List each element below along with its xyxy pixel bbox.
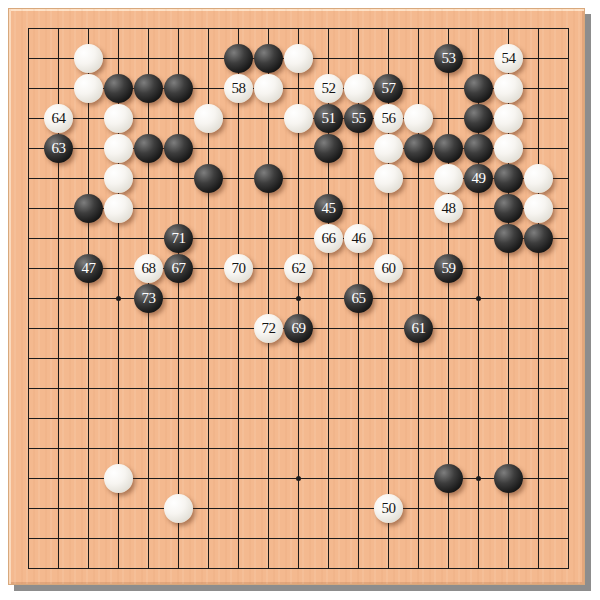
stone-white-move-60[interactable]: 60 (374, 254, 403, 283)
move-number-label: 72 (262, 321, 276, 336)
stone-white[interactable] (404, 104, 433, 133)
stone-white[interactable] (74, 44, 103, 73)
stone-black[interactable] (464, 134, 493, 163)
move-number-label: 50 (382, 501, 396, 516)
stone-black-move-73[interactable]: 73 (134, 284, 163, 313)
grid-line-vertical (568, 28, 569, 569)
stone-white[interactable] (524, 194, 553, 223)
stone-white-move-70[interactable]: 70 (224, 254, 253, 283)
move-number-label: 65 (352, 291, 366, 306)
stone-white[interactable] (104, 104, 133, 133)
move-number-label: 67 (172, 261, 186, 276)
move-number-label: 58 (232, 81, 246, 96)
stone-black-move-51[interactable]: 51 (314, 104, 343, 133)
stone-black[interactable] (74, 194, 103, 223)
stone-black[interactable] (134, 134, 163, 163)
move-number-label: 66 (322, 231, 336, 246)
move-number-label: 73 (142, 291, 156, 306)
stone-white-move-48[interactable]: 48 (434, 194, 463, 223)
stone-black-move-61[interactable]: 61 (404, 314, 433, 343)
stone-black[interactable] (464, 104, 493, 133)
stone-white-move-62[interactable]: 62 (284, 254, 313, 283)
stone-white-move-58[interactable]: 58 (224, 74, 253, 103)
hoshi-point (476, 296, 481, 301)
stone-white[interactable] (284, 44, 313, 73)
stone-white[interactable] (104, 464, 133, 493)
stone-white[interactable] (494, 74, 523, 103)
stone-white[interactable] (194, 104, 223, 133)
move-number-label: 62 (292, 261, 306, 276)
stone-black-move-63[interactable]: 63 (44, 134, 73, 163)
grid-line-horizontal (28, 448, 569, 449)
stone-white[interactable] (284, 104, 313, 133)
stone-black[interactable] (494, 464, 523, 493)
move-number-label: 68 (142, 261, 156, 276)
stone-white[interactable] (374, 134, 403, 163)
stone-black[interactable] (434, 134, 463, 163)
stone-white[interactable] (524, 164, 553, 193)
stone-black[interactable] (254, 44, 283, 73)
stone-white[interactable] (104, 134, 133, 163)
stone-white[interactable] (74, 74, 103, 103)
grid-line-horizontal (28, 388, 569, 389)
stone-white-move-46[interactable]: 46 (344, 224, 373, 253)
move-number-label: 52 (322, 81, 336, 96)
stone-black-move-67[interactable]: 67 (164, 254, 193, 283)
grid-line-horizontal (28, 418, 569, 419)
stone-black[interactable] (434, 464, 463, 493)
stone-white-move-68[interactable]: 68 (134, 254, 163, 283)
stone-white-move-66[interactable]: 66 (314, 224, 343, 253)
stone-white[interactable] (374, 164, 403, 193)
stone-white[interactable] (434, 164, 463, 193)
move-number-label: 51 (322, 111, 336, 126)
stone-black-move-47[interactable]: 47 (74, 254, 103, 283)
stone-black[interactable] (134, 74, 163, 103)
stone-black-move-69[interactable]: 69 (284, 314, 313, 343)
stone-black[interactable] (494, 224, 523, 253)
move-number-label: 46 (352, 231, 366, 246)
move-number-label: 56 (382, 111, 396, 126)
stone-white[interactable] (104, 164, 133, 193)
grid-line-horizontal (28, 568, 569, 569)
move-number-label: 64 (52, 111, 66, 126)
stone-white[interactable] (164, 494, 193, 523)
go-diagram-page: 5354585257645155566349454871664647686770… (0, 0, 600, 600)
hoshi-point (116, 296, 121, 301)
move-number-label: 49 (472, 171, 486, 186)
stone-white-move-72[interactable]: 72 (254, 314, 283, 343)
stone-black[interactable] (404, 134, 433, 163)
stone-black-move-45[interactable]: 45 (314, 194, 343, 223)
stone-white-move-64[interactable]: 64 (44, 104, 73, 133)
move-number-label: 55 (352, 111, 366, 126)
stone-white-move-56[interactable]: 56 (374, 104, 403, 133)
hoshi-point (296, 296, 301, 301)
move-number-label: 45 (322, 201, 336, 216)
stone-black-move-71[interactable]: 71 (164, 224, 193, 253)
stone-black[interactable] (464, 74, 493, 103)
stone-white[interactable] (254, 74, 283, 103)
move-number-label: 59 (442, 261, 456, 276)
stone-black-move-55[interactable]: 55 (344, 104, 373, 133)
move-number-label: 57 (382, 81, 396, 96)
stone-black-move-53[interactable]: 53 (434, 44, 463, 73)
stone-black[interactable] (494, 194, 523, 223)
stone-black-move-59[interactable]: 59 (434, 254, 463, 283)
stone-black[interactable] (194, 164, 223, 193)
grid-line-horizontal (28, 358, 569, 359)
stone-white-move-50[interactable]: 50 (374, 494, 403, 523)
stone-black[interactable] (104, 74, 133, 103)
stone-white[interactable] (494, 104, 523, 133)
hoshi-point (476, 476, 481, 481)
move-number-label: 48 (442, 201, 456, 216)
move-number-label: 63 (52, 141, 66, 156)
grid-line-vertical (538, 28, 539, 569)
stone-black[interactable] (164, 134, 193, 163)
stone-black-move-57[interactable]: 57 (374, 74, 403, 103)
grid-line-horizontal (28, 538, 569, 539)
stone-white-move-52[interactable]: 52 (314, 74, 343, 103)
stone-white[interactable] (344, 74, 373, 103)
stone-black[interactable] (254, 164, 283, 193)
stone-white[interactable] (104, 194, 133, 223)
stone-black[interactable] (224, 44, 253, 73)
stone-white-move-54[interactable]: 54 (494, 44, 523, 73)
stone-black[interactable] (494, 164, 523, 193)
stone-black[interactable] (164, 74, 193, 103)
stone-white[interactable] (494, 134, 523, 163)
hoshi-point (296, 476, 301, 481)
stone-black[interactable] (314, 134, 343, 163)
move-number-label: 53 (442, 51, 456, 66)
move-number-label: 54 (502, 51, 516, 66)
stone-black-move-65[interactable]: 65 (344, 284, 373, 313)
move-number-label: 60 (382, 261, 396, 276)
stone-black[interactable] (524, 224, 553, 253)
move-number-label: 70 (232, 261, 246, 276)
grid-line-horizontal (28, 508, 569, 509)
move-number-label: 69 (292, 321, 306, 336)
move-number-label: 71 (172, 231, 186, 246)
move-number-label: 47 (82, 261, 96, 276)
stone-black-move-49[interactable]: 49 (464, 164, 493, 193)
move-number-label: 61 (412, 321, 426, 336)
